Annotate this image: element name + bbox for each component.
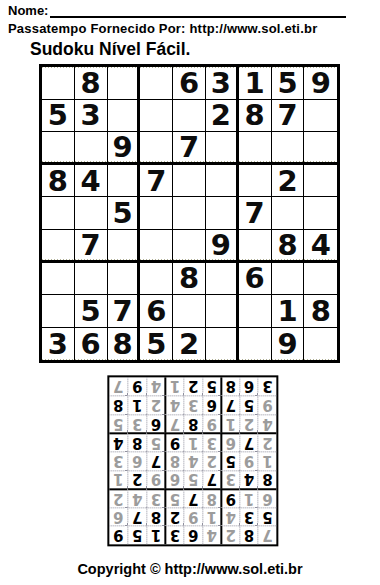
solution-cell-r5c1: 1 [258, 451, 277, 470]
solution-cell-r6c5: 1 [183, 433, 202, 452]
puzzle-cell-r8c2: 5 [75, 295, 108, 328]
puzzle-cell-r6c9: 4 [304, 230, 337, 263]
puzzle-cell-r6c4[interactable] [140, 230, 173, 263]
solution-cell-r4c1: 8 [258, 470, 277, 489]
puzzle-cell-r1c8: 5 [272, 67, 305, 100]
puzzle-cell-r2c2: 3 [75, 100, 108, 133]
puzzle-cell-r8c1[interactable] [42, 295, 75, 328]
puzzle-cell-r8c7[interactable] [239, 295, 272, 328]
puzzle-cell-r2c8: 7 [272, 100, 305, 133]
puzzle-cell-r7c2[interactable] [75, 263, 108, 296]
solution-cell-r2c8: 7 [128, 507, 147, 526]
puzzle-cell-r4c7[interactable] [239, 165, 272, 198]
puzzle-cell-r1c4[interactable] [140, 67, 173, 100]
solution-cell-r6c3: 6 [221, 433, 240, 452]
name-row: Nome: [8, 2, 346, 18]
solution-cell-r3c4: 8 [202, 489, 221, 508]
puzzle-cell-r5c5[interactable] [173, 197, 206, 230]
solution-cell-r2c6: 2 [165, 507, 184, 526]
puzzle-cell-r7c6[interactable] [206, 263, 239, 296]
solution-cell-r3c5: 7 [183, 489, 202, 508]
puzzle-cell-r9c4: 5 [140, 328, 173, 361]
solution-cell-r4c6: 6 [165, 470, 184, 489]
page: Nome: Passatempo Fornecido Por: http://w… [0, 0, 380, 585]
solution-cell-r1c7: 1 [146, 526, 165, 545]
solution-cell-r5c5: 4 [183, 451, 202, 470]
solution-cell-r8c7: 2 [146, 396, 165, 415]
solution-cell-r5c6: 8 [165, 451, 184, 470]
puzzle-cell-r8c3: 7 [108, 295, 141, 328]
solution-grid: 7824631595341928766198753428437569211952… [107, 375, 278, 546]
puzzle-cell-r4c4: 7 [140, 165, 173, 198]
solution-cell-r9c4: 5 [202, 377, 221, 396]
solution-cell-r8c5: 3 [183, 396, 202, 415]
solution-cell-r1c8: 5 [128, 526, 147, 545]
solution-cell-r2c5: 9 [183, 507, 202, 526]
solution-cell-r2c3: 4 [221, 507, 240, 526]
puzzle-cell-r6c6: 9 [206, 230, 239, 263]
solution-cell-r6c6: 9 [165, 433, 184, 452]
puzzle-cell-r5c3: 5 [108, 197, 141, 230]
solution-cell-r6c2: 7 [239, 433, 258, 452]
puzzle-cell-r4c5[interactable] [173, 165, 206, 198]
puzzle-cell-r9c5: 2 [173, 328, 206, 361]
solution-cell-r7c1: 4 [258, 414, 277, 433]
solution-cell-r8c2: 5 [239, 396, 258, 415]
solution-cell-r5c3: 5 [221, 451, 240, 470]
puzzle-cell-r5c6[interactable] [206, 197, 239, 230]
solution-cell-r7c5: 8 [183, 414, 202, 433]
puzzle-cell-r3c6[interactable] [206, 132, 239, 165]
page-title: Sudoku Nível Fácil. [30, 39, 190, 60]
puzzle-cell-r5c2[interactable] [75, 197, 108, 230]
puzzle-cell-r5c9[interactable] [304, 197, 337, 230]
solution-cell-r1c3: 2 [221, 526, 240, 545]
solution-cell-r1c5: 6 [183, 526, 202, 545]
solution-cell-r7c9: 5 [109, 414, 128, 433]
solution-cell-r2c2: 3 [239, 507, 258, 526]
solution-cell-r8c6: 4 [165, 396, 184, 415]
puzzle-cell-r2c6: 2 [206, 100, 239, 133]
solution-cell-r8c9: 8 [109, 396, 128, 415]
solution-cell-r9c2: 6 [239, 377, 258, 396]
puzzle-cell-r2c9[interactable] [304, 100, 337, 133]
solution-cell-r4c4: 7 [202, 470, 221, 489]
puzzle-cell-r9c6[interactable] [206, 328, 239, 361]
puzzle-cell-r6c7[interactable] [239, 230, 272, 263]
solution-cell-r3c8: 4 [128, 489, 147, 508]
solution-cell-r6c1: 2 [258, 433, 277, 452]
puzzle-cell-r4c9[interactable] [304, 165, 337, 198]
solution-cell-r2c9: 6 [109, 507, 128, 526]
solution-cell-r5c7: 7 [146, 451, 165, 470]
puzzle-cell-r2c3[interactable] [108, 100, 141, 133]
solution-cell-r6c8: 8 [128, 433, 147, 452]
solution-cell-r7c6: 7 [165, 414, 184, 433]
puzzle-cell-r5c1[interactable] [42, 197, 75, 230]
solution-cell-r1c9: 9 [109, 526, 128, 545]
puzzle-cell-r9c9[interactable] [304, 328, 337, 361]
puzzle-cell-r7c4[interactable] [140, 263, 173, 296]
solution-cell-r9c3: 8 [221, 377, 240, 396]
puzzle-cell-r1c2: 8 [75, 67, 108, 100]
puzzle-cell-r7c8[interactable] [272, 263, 305, 296]
solution-cell-r7c4: 9 [202, 414, 221, 433]
puzzle-cell-r7c1[interactable] [42, 263, 75, 296]
puzzle-cell-r5c8[interactable] [272, 197, 305, 230]
puzzle-cell-r7c3[interactable] [108, 263, 141, 296]
solution-cell-r8c3: 7 [221, 396, 240, 415]
puzzle-cell-r4c6[interactable] [206, 165, 239, 198]
puzzle-cell-r9c2: 6 [75, 328, 108, 361]
puzzle-cell-r3c2[interactable] [75, 132, 108, 165]
puzzle-cell-r3c7[interactable] [239, 132, 272, 165]
solution-cell-r1c6: 3 [165, 526, 184, 545]
solution-cell-r9c5: 2 [183, 377, 202, 396]
solution-cell-r9c1: 3 [258, 377, 277, 396]
solution-cell-r6c4: 3 [202, 433, 221, 452]
solution-cell-r7c2: 2 [239, 414, 258, 433]
puzzle-cell-r4c3[interactable] [108, 165, 141, 198]
puzzle-cell-r6c8: 8 [272, 230, 305, 263]
puzzle-cell-r3c1[interactable] [42, 132, 75, 165]
puzzle-cell-r4c2: 4 [75, 165, 108, 198]
puzzle-cell-r6c1[interactable] [42, 230, 75, 263]
solution-cell-r3c6: 5 [165, 489, 184, 508]
puzzle-cell-r5c7: 7 [239, 197, 272, 230]
solution-cell-r2c1: 5 [258, 507, 277, 526]
puzzle-cell-r8c8: 1 [272, 295, 305, 328]
puzzle-grid: 863159532879784725779848657618368529 [39, 64, 340, 363]
solution-cell-r1c2: 8 [239, 526, 258, 545]
puzzle-cell-r6c5[interactable] [173, 230, 206, 263]
puzzle-cell-r1c1[interactable] [42, 67, 75, 100]
solution-cell-r4c2: 4 [239, 470, 258, 489]
puzzle-cell-r3c4[interactable] [140, 132, 173, 165]
solution-cell-r5c9: 3 [109, 451, 128, 470]
name-underline [50, 2, 346, 18]
solution-cell-r4c9: 1 [109, 470, 128, 489]
puzzle-cell-r9c3: 8 [108, 328, 141, 361]
solution-cell-r9c9: 7 [109, 377, 128, 396]
puzzle-cell-r1c9: 9 [304, 67, 337, 100]
solution-cell-r2c4: 1 [202, 507, 221, 526]
puzzle-cell-r2c7: 8 [239, 100, 272, 133]
solution-cell-r9c8: 9 [128, 377, 147, 396]
solution-cell-r7c7: 6 [146, 414, 165, 433]
puzzle-cell-r2c1: 5 [42, 100, 75, 133]
puzzle-cell-r1c6: 3 [206, 67, 239, 100]
puzzle-cell-r3c8[interactable] [272, 132, 305, 165]
puzzle-cell-r5c4[interactable] [140, 197, 173, 230]
puzzle-cell-r4c8: 2 [272, 165, 305, 198]
puzzle-cell-r6c2: 7 [75, 230, 108, 263]
puzzle-cell-r8c6[interactable] [206, 295, 239, 328]
solution-cell-r9c7: 4 [146, 377, 165, 396]
provider-line: Passatempo Fornecido Por: http://www.sol… [8, 21, 317, 36]
name-label: Nome: [8, 3, 48, 18]
solution-cell-r4c3: 3 [221, 470, 240, 489]
puzzle-cell-r1c7: 1 [239, 67, 272, 100]
solution-cell-r1c4: 4 [202, 526, 221, 545]
solution-cell-r8c8: 1 [128, 396, 147, 415]
puzzle-cell-r8c4: 6 [140, 295, 173, 328]
puzzle-cell-r4c1: 8 [42, 165, 75, 198]
copyright-text: Copyright © http://www.sol.eti.br [0, 561, 380, 577]
solution-cell-r7c8: 3 [128, 414, 147, 433]
puzzle-cell-r3c9[interactable] [304, 132, 337, 165]
puzzle-cell-r2c4[interactable] [140, 100, 173, 133]
solution-cell-r4c5: 5 [183, 470, 202, 489]
puzzle-cell-r6c3[interactable] [108, 230, 141, 263]
solution-cell-r3c3: 9 [221, 489, 240, 508]
puzzle-cell-r8c9: 8 [304, 295, 337, 328]
puzzle-cell-r9c1: 3 [42, 328, 75, 361]
puzzle-cell-r2c5[interactable] [173, 100, 206, 133]
solution-cell-r2c7: 8 [146, 507, 165, 526]
solution-cell-r4c7: 9 [146, 470, 165, 489]
solution-cell-r6c7: 5 [146, 433, 165, 452]
puzzle-cell-r7c5: 8 [173, 263, 206, 296]
puzzle-cell-r9c8: 9 [272, 328, 305, 361]
solution-cell-r1c1: 7 [258, 526, 277, 545]
solution-cell-r8c4: 6 [202, 396, 221, 415]
solution-cell-r7c3: 1 [221, 414, 240, 433]
puzzle-cell-r8c5[interactable] [173, 295, 206, 328]
solution-cell-r3c7: 3 [146, 489, 165, 508]
puzzle-cell-r3c3: 9 [108, 132, 141, 165]
puzzle-cell-r7c7: 6 [239, 263, 272, 296]
solution-cell-r3c1: 6 [258, 489, 277, 508]
solution-cell-r3c9: 2 [109, 489, 128, 508]
solution-cell-r5c8: 6 [128, 451, 147, 470]
puzzle-cell-r3c5: 7 [173, 132, 206, 165]
solution-cell-r9c6: 1 [165, 377, 184, 396]
puzzle-cell-r7c9[interactable] [304, 263, 337, 296]
puzzle-cell-r1c3[interactable] [108, 67, 141, 100]
solution-cell-r5c4: 2 [202, 451, 221, 470]
puzzle-cell-r9c7[interactable] [239, 328, 272, 361]
solution-cell-r5c2: 9 [239, 451, 258, 470]
puzzle-cell-r1c5: 6 [173, 67, 206, 100]
solution-cell-r4c8: 2 [128, 470, 147, 489]
solution-cell-r6c9: 4 [109, 433, 128, 452]
solution-cell-r3c2: 1 [239, 489, 258, 508]
solution-cell-r8c1: 9 [258, 396, 277, 415]
